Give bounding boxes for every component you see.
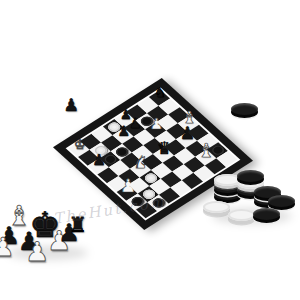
white-bishop-piece: ♝	[7, 202, 31, 229]
black-checker-piece	[231, 103, 258, 115]
chess-board-grid: ♚♟♞♟♟♟♟♝♞♛♟♟♝	[68, 90, 237, 218]
black-pawn-piece: ♟	[58, 221, 80, 245]
black-rook-piece: ♜	[69, 215, 88, 236]
white-checker-piece	[228, 209, 255, 221]
captured-pieces-shadow	[8, 246, 88, 260]
black-checker-piece	[253, 208, 280, 220]
black-checker-piece	[268, 195, 295, 207]
black-knight-piece: ♞	[154, 86, 166, 99]
black-checker-piece	[237, 170, 264, 182]
white-checker-piece	[203, 201, 230, 213]
black-pawn-piece: ♟	[0, 224, 20, 248]
black-pawn-piece: ♟	[63, 97, 78, 114]
product-photo-scene: ♚♟♞♟♟♟♟♝♞♛♟♟♝ TheHut.com ♟♝♟♚♟♟♟♟♟♜	[0, 0, 300, 300]
black-king-piece: ♚	[29, 208, 60, 243]
